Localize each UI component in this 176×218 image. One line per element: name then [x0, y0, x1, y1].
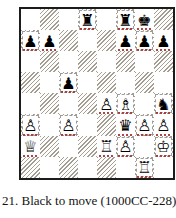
square-h4: ♞ — [154, 93, 173, 114]
black-pawn-glyph: ♟ — [118, 33, 132, 49]
square-e3 — [97, 114, 116, 135]
square-d3 — [78, 114, 97, 135]
red-underline — [137, 176, 152, 178]
white-queen: ♕ — [21, 136, 40, 157]
square-d2 — [78, 136, 97, 157]
square-b3 — [40, 114, 59, 135]
square-g4 — [135, 93, 154, 114]
square-h7: ♟ — [154, 30, 173, 51]
red-underline — [156, 112, 171, 114]
square-g5 — [135, 72, 154, 93]
red-underline — [118, 134, 133, 136]
white-pawn: ♙ — [117, 137, 134, 156]
black-queen: ♛ — [116, 114, 135, 135]
square-b2 — [40, 136, 59, 157]
square-b8 — [40, 9, 59, 30]
white-pawn: ♙ — [136, 115, 153, 134]
square-d5 — [78, 72, 97, 93]
black-queen-glyph: ♛ — [118, 118, 132, 134]
diagram-page: ♜♜♚♟♟♟♟♟♟♙♗♞♙♙♛♙♙♕♖♙♔♖ 21. Black to move… — [0, 0, 176, 218]
square-a8 — [21, 9, 40, 30]
square-c2 — [59, 136, 78, 157]
square-d6 — [78, 51, 97, 72]
black-pawn: ♟ — [40, 30, 59, 51]
white-king-glyph: ♔ — [156, 139, 170, 155]
square-e7 — [97, 30, 116, 51]
red-underline — [61, 134, 76, 136]
square-b7: ♟ — [40, 30, 59, 51]
white-pawn-glyph: ♙ — [23, 118, 37, 134]
square-h8 — [154, 9, 173, 30]
square-b4 — [40, 93, 59, 114]
square-b6 — [40, 51, 59, 72]
square-c7 — [59, 30, 78, 51]
square-e1 — [97, 157, 116, 178]
black-rook-glyph: ♜ — [80, 12, 94, 28]
black-knight: ♞ — [155, 94, 172, 113]
black-pawn: ♟ — [154, 30, 173, 51]
white-pawn: ♙ — [154, 114, 173, 135]
black-pawn: ♟ — [116, 30, 135, 51]
square-b5 — [40, 72, 59, 93]
square-h6 — [154, 51, 173, 72]
square-e5 — [97, 72, 116, 93]
black-pawn-glyph: ♟ — [42, 33, 56, 49]
square-f2: ♙ — [116, 136, 135, 157]
white-rook: ♖ — [97, 136, 116, 157]
black-knight-glyph: ♞ — [156, 96, 170, 112]
white-bishop: ♗ — [117, 94, 134, 113]
square-d4 — [78, 93, 97, 114]
white-bishop-glyph: ♗ — [118, 96, 132, 112]
square-e8 — [97, 9, 116, 30]
red-underline — [156, 134, 171, 136]
square-e2: ♖ — [97, 136, 116, 157]
square-c3: ♙ — [59, 114, 78, 135]
square-h1 — [154, 157, 173, 178]
chess-board: ♜♜♚♟♟♟♟♟♟♙♗♞♙♙♛♙♙♕♖♙♔♖ — [19, 7, 175, 180]
black-pawn: ♟ — [136, 31, 153, 50]
red-underline — [99, 155, 114, 157]
black-pawn: ♟ — [22, 31, 39, 50]
white-queen-glyph: ♕ — [23, 139, 37, 155]
square-a7: ♟ — [21, 30, 40, 51]
square-e4: ♙ — [97, 93, 116, 114]
white-rook: ♖ — [136, 158, 153, 177]
black-rook-glyph: ♜ — [118, 12, 132, 28]
red-underline — [137, 49, 152, 51]
square-a4 — [21, 93, 40, 114]
red-underline — [42, 49, 57, 51]
square-f8: ♜ — [116, 9, 135, 30]
red-underline — [23, 49, 38, 51]
black-pawn: ♟ — [60, 73, 77, 92]
red-underline — [156, 49, 171, 51]
white-pawn-glyph: ♙ — [137, 118, 151, 134]
black-pawn-glyph: ♟ — [156, 33, 170, 49]
square-b1 — [40, 157, 59, 178]
square-a1 — [21, 157, 40, 178]
red-underline — [99, 112, 114, 114]
square-c6 — [59, 51, 78, 72]
square-h2: ♔ — [154, 136, 173, 157]
red-underline — [118, 155, 133, 157]
square-f7: ♟ — [116, 30, 135, 51]
square-h3: ♙ — [154, 114, 173, 135]
red-underline — [118, 112, 133, 114]
square-f5 — [116, 72, 135, 93]
white-pawn-glyph: ♙ — [99, 96, 113, 112]
red-underline — [80, 28, 95, 30]
square-a6 — [21, 51, 40, 72]
square-f3: ♛ — [116, 114, 135, 135]
square-c4 — [59, 93, 78, 114]
white-pawn: ♙ — [60, 115, 77, 134]
square-c8 — [59, 9, 78, 30]
square-e6 — [97, 51, 116, 72]
white-rook-glyph: ♖ — [99, 139, 113, 155]
black-pawn-glyph: ♟ — [23, 33, 37, 49]
red-underline — [137, 28, 152, 30]
black-rook: ♜ — [79, 10, 96, 29]
white-pawn-glyph: ♙ — [118, 139, 132, 155]
square-f4: ♗ — [116, 93, 135, 114]
red-underline — [23, 134, 38, 136]
square-g7: ♟ — [135, 30, 154, 51]
red-underline — [118, 28, 133, 30]
square-g6 — [135, 51, 154, 72]
square-a3: ♙ — [21, 114, 40, 135]
square-h5 — [154, 72, 173, 93]
white-pawn: ♙ — [22, 115, 39, 134]
square-d1 — [78, 157, 97, 178]
black-pawn-glyph: ♟ — [137, 33, 151, 49]
square-d8: ♜ — [78, 9, 97, 30]
square-a5 — [21, 72, 40, 93]
square-g8: ♚ — [135, 9, 154, 30]
black-rook: ♜ — [117, 10, 134, 29]
square-g2 — [135, 136, 154, 157]
red-underline — [156, 155, 171, 157]
red-underline — [61, 91, 76, 93]
black-king: ♚ — [135, 9, 154, 30]
square-f6 — [116, 51, 135, 72]
square-d7 — [78, 30, 97, 51]
red-underline — [23, 155, 38, 157]
white-pawn-glyph: ♙ — [61, 118, 75, 134]
square-a2: ♕ — [21, 136, 40, 157]
white-pawn: ♙ — [97, 93, 116, 114]
red-underline — [137, 134, 152, 136]
diagram-caption: 21. Black to move (1000CC-228) — [2, 193, 176, 209]
square-c1 — [59, 157, 78, 178]
square-c5: ♟ — [59, 72, 78, 93]
red-underline — [118, 49, 133, 51]
square-f1 — [116, 157, 135, 178]
black-king-glyph: ♚ — [137, 12, 151, 28]
white-pawn-glyph: ♙ — [156, 118, 170, 134]
white-king: ♔ — [155, 137, 172, 156]
square-g1: ♖ — [135, 157, 154, 178]
black-pawn-glyph: ♟ — [61, 75, 75, 91]
white-rook-glyph: ♖ — [137, 160, 151, 176]
square-g3: ♙ — [135, 114, 154, 135]
